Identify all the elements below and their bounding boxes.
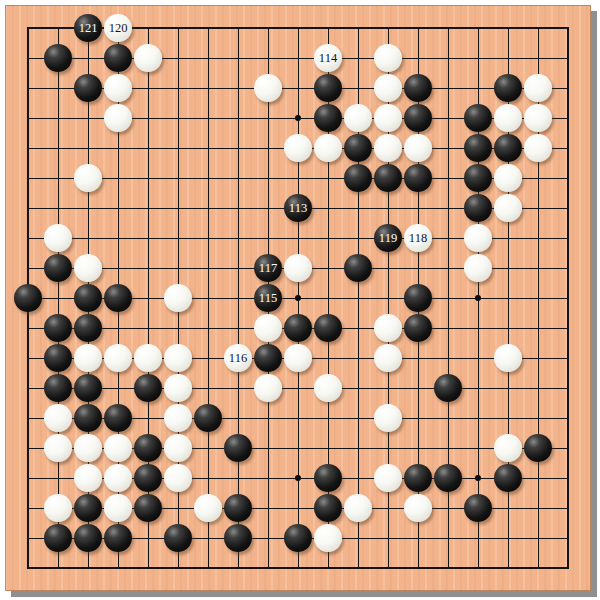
- stone-white: [194, 494, 222, 522]
- stone-white: [164, 344, 192, 372]
- move-number-label: 114: [319, 52, 337, 65]
- stone-black: [14, 284, 42, 312]
- stone-black-117: 117: [254, 254, 282, 282]
- stone-black: [44, 44, 72, 72]
- stone-white: [374, 404, 402, 432]
- stone-black: [404, 314, 432, 342]
- stone-black: [104, 404, 132, 432]
- stone-white: [164, 404, 192, 432]
- stone-black: [404, 104, 432, 132]
- stone-white: [314, 524, 342, 552]
- stone-black: [134, 434, 162, 462]
- stone-white-118: 118: [404, 224, 432, 252]
- stone-black: [284, 524, 312, 552]
- stone-black: [464, 164, 492, 192]
- stone-white-114: 114: [314, 44, 342, 72]
- stone-black: [134, 374, 162, 402]
- stone-black: [344, 134, 372, 162]
- stone-white: [74, 464, 102, 492]
- stone-white: [104, 464, 132, 492]
- stone-black: [104, 524, 132, 552]
- move-number-label: 115: [259, 292, 277, 305]
- stone-black: [434, 464, 462, 492]
- star-point: [295, 115, 301, 121]
- stone-black: [104, 284, 132, 312]
- stone-black: [344, 254, 372, 282]
- star-point: [475, 475, 481, 481]
- stone-white: [464, 224, 492, 252]
- stone-white-120: 120: [104, 14, 132, 42]
- stone-white: [134, 44, 162, 72]
- stone-black: [314, 104, 342, 132]
- stone-white: [164, 434, 192, 462]
- stone-white: [374, 314, 402, 342]
- stone-white: [44, 224, 72, 252]
- stone-white: [524, 104, 552, 132]
- stone-black: [464, 194, 492, 222]
- star-point: [475, 295, 481, 301]
- go-board[interactable]: 121120114113119118117115116: [5, 5, 591, 591]
- stone-black: [494, 134, 522, 162]
- stone-black: [224, 434, 252, 462]
- stone-black-119: 119: [374, 224, 402, 252]
- stone-white: [254, 374, 282, 402]
- stone-white: [374, 44, 402, 72]
- stone-white: [344, 104, 372, 132]
- stone-black: [224, 494, 252, 522]
- move-number-label: 120: [109, 22, 128, 35]
- stone-white: [314, 134, 342, 162]
- stone-black: [74, 74, 102, 102]
- stone-white: [344, 494, 372, 522]
- stone-white: [494, 104, 522, 132]
- stone-black: [44, 374, 72, 402]
- stone-white: [74, 164, 102, 192]
- stone-white: [524, 134, 552, 162]
- stone-black: [104, 44, 132, 72]
- stone-black: [164, 524, 192, 552]
- move-number-label: 117: [259, 262, 277, 275]
- stone-white: [134, 344, 162, 372]
- stone-black: [404, 164, 432, 192]
- stone-black: [374, 164, 402, 192]
- stone-white: [404, 494, 432, 522]
- stone-black: [74, 494, 102, 522]
- stone-white: [374, 344, 402, 372]
- stone-white: [374, 104, 402, 132]
- star-point: [295, 475, 301, 481]
- stone-black: [404, 464, 432, 492]
- stone-white: [44, 434, 72, 462]
- star-point: [295, 295, 301, 301]
- stone-white: [74, 434, 102, 462]
- stone-black: [74, 404, 102, 432]
- stone-black-113: 113: [284, 194, 312, 222]
- stone-white: [254, 314, 282, 342]
- stone-black: [194, 404, 222, 432]
- stone-white-116: 116: [224, 344, 252, 372]
- stone-black: [254, 344, 282, 372]
- stone-white: [164, 284, 192, 312]
- stone-white: [164, 464, 192, 492]
- move-number-label: 116: [229, 352, 247, 365]
- stone-black: [404, 74, 432, 102]
- stone-white: [404, 134, 432, 162]
- stone-black: [44, 254, 72, 282]
- stone-white: [284, 344, 312, 372]
- stone-black: [44, 344, 72, 372]
- stone-black: [134, 464, 162, 492]
- stone-white: [374, 464, 402, 492]
- stone-white: [374, 74, 402, 102]
- go-diagram-page: 121120114113119118117115116: [0, 0, 600, 600]
- stone-white: [44, 404, 72, 432]
- stone-white: [104, 344, 132, 372]
- stone-black: [224, 524, 252, 552]
- stone-black: [464, 134, 492, 162]
- stone-white: [494, 344, 522, 372]
- stone-white: [374, 134, 402, 162]
- stone-black: [74, 284, 102, 312]
- stone-black: [494, 74, 522, 102]
- stone-white: [464, 254, 492, 282]
- stone-black: [314, 494, 342, 522]
- stone-white: [254, 74, 282, 102]
- stone-white: [104, 74, 132, 102]
- stone-white: [104, 104, 132, 132]
- stone-black: [524, 434, 552, 462]
- stone-black: [464, 494, 492, 522]
- stone-white: [284, 254, 312, 282]
- stone-black: [284, 314, 312, 342]
- stone-white: [44, 494, 72, 522]
- stone-white: [104, 434, 132, 462]
- stone-black: [74, 314, 102, 342]
- stone-white: [314, 374, 342, 402]
- stone-white: [494, 434, 522, 462]
- stone-white: [494, 164, 522, 192]
- stone-white: [524, 74, 552, 102]
- stone-black: [44, 314, 72, 342]
- move-number-label: 113: [289, 202, 307, 215]
- stone-black: [314, 74, 342, 102]
- stone-white: [74, 254, 102, 282]
- stone-white: [164, 374, 192, 402]
- stone-black: [44, 524, 72, 552]
- stone-black: [74, 524, 102, 552]
- stone-black: [344, 164, 372, 192]
- move-number-label: 118: [409, 232, 427, 245]
- stone-black: [464, 104, 492, 132]
- stone-black: [134, 494, 162, 522]
- stone-black: [404, 284, 432, 312]
- stone-black: [434, 374, 462, 402]
- move-number-label: 119: [379, 232, 397, 245]
- stone-black: [74, 374, 102, 402]
- stone-white: [104, 494, 132, 522]
- stone-black: [494, 464, 522, 492]
- stone-black: [314, 314, 342, 342]
- stone-black: [314, 464, 342, 492]
- stone-white: [74, 344, 102, 372]
- stone-white: [284, 134, 312, 162]
- stone-white: [494, 194, 522, 222]
- stone-black-121: 121: [74, 14, 102, 42]
- move-number-label: 121: [79, 22, 98, 35]
- stone-black-115: 115: [254, 284, 282, 312]
